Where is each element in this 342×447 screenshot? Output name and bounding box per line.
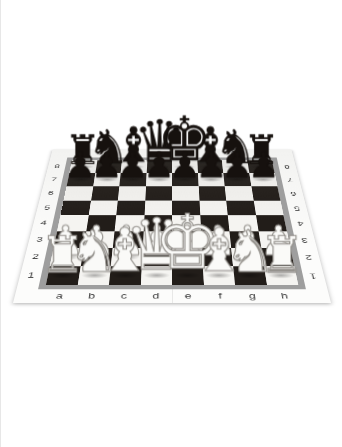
- square-h7[interactable]: ♟: [249, 173, 277, 186]
- rank-label-far-1: 1: [302, 266, 325, 285]
- square-h6[interactable]: [251, 186, 280, 200]
- square-b6[interactable]: [91, 186, 120, 200]
- square-g6[interactable]: [225, 186, 254, 200]
- file-label-far-a: a: [73, 150, 99, 157]
- square-a6[interactable]: [64, 186, 93, 200]
- file-labels-bottom: abcdefgh: [42, 290, 302, 302]
- file-label-far-d: d: [147, 150, 172, 157]
- square-c6[interactable]: [118, 186, 146, 200]
- file-label-far-b: b: [98, 150, 124, 157]
- rank-label-far-7: 7: [281, 173, 299, 186]
- file-label-f: f: [204, 290, 237, 302]
- file-label-a: a: [42, 290, 76, 302]
- chess-mat: abcdefgh abcdefgh 87654321 87654321 ♜♞♝♛…: [13, 149, 331, 303]
- board-frame: ♜♞♝♛♚♝♞♜♟♟♟♟♟♟♟♟♟♟♟♟♟♟♟♟♜♞♝♛♚♝♞♜: [38, 158, 306, 290]
- file-label-h: h: [268, 290, 302, 302]
- square-e7[interactable]: ♟: [172, 173, 198, 186]
- file-label-d: d: [140, 290, 172, 302]
- rank-label-far-6: 6: [284, 186, 303, 200]
- square-a5[interactable]: [60, 200, 90, 215]
- rank-label-far-2: 2: [298, 248, 320, 266]
- chess-board: ♜♞♝♛♚♝♞♜♟♟♟♟♟♟♟♟♟♟♟♟♟♟♟♟♜♞♝♛♚♝♞♜: [46, 160, 298, 285]
- file-label-far-e: e: [172, 150, 197, 157]
- square-g5[interactable]: [226, 200, 255, 215]
- file-label-b: b: [75, 290, 109, 302]
- file-label-g: g: [236, 290, 270, 302]
- square-h5[interactable]: [253, 200, 283, 215]
- square-h1[interactable]: ♜: [264, 266, 299, 285]
- square-g7[interactable]: ♟: [223, 173, 251, 186]
- rank-label-far-3: 3: [294, 231, 315, 248]
- file-label-far-c: c: [122, 150, 147, 157]
- file-labels-top: abcdefgh: [73, 150, 272, 157]
- file-label-far-h: h: [245, 150, 271, 157]
- product-photo: abcdefgh abcdefgh 87654321 87654321 ♜♞♝♛…: [0, 0, 342, 447]
- file-label-far-f: f: [196, 150, 221, 157]
- file-label-far-g: g: [221, 150, 247, 157]
- file-label-e: e: [172, 290, 204, 302]
- square-b5[interactable]: [88, 200, 117, 215]
- rank-label-far-4: 4: [290, 215, 310, 231]
- rank-label-far-5: 5: [287, 200, 307, 215]
- board-scene: abcdefgh abcdefgh 87654321 87654321 ♜♞♝♛…: [13, 0, 331, 303]
- rank-label-far-8: 8: [278, 160, 296, 173]
- file-label-c: c: [107, 290, 140, 302]
